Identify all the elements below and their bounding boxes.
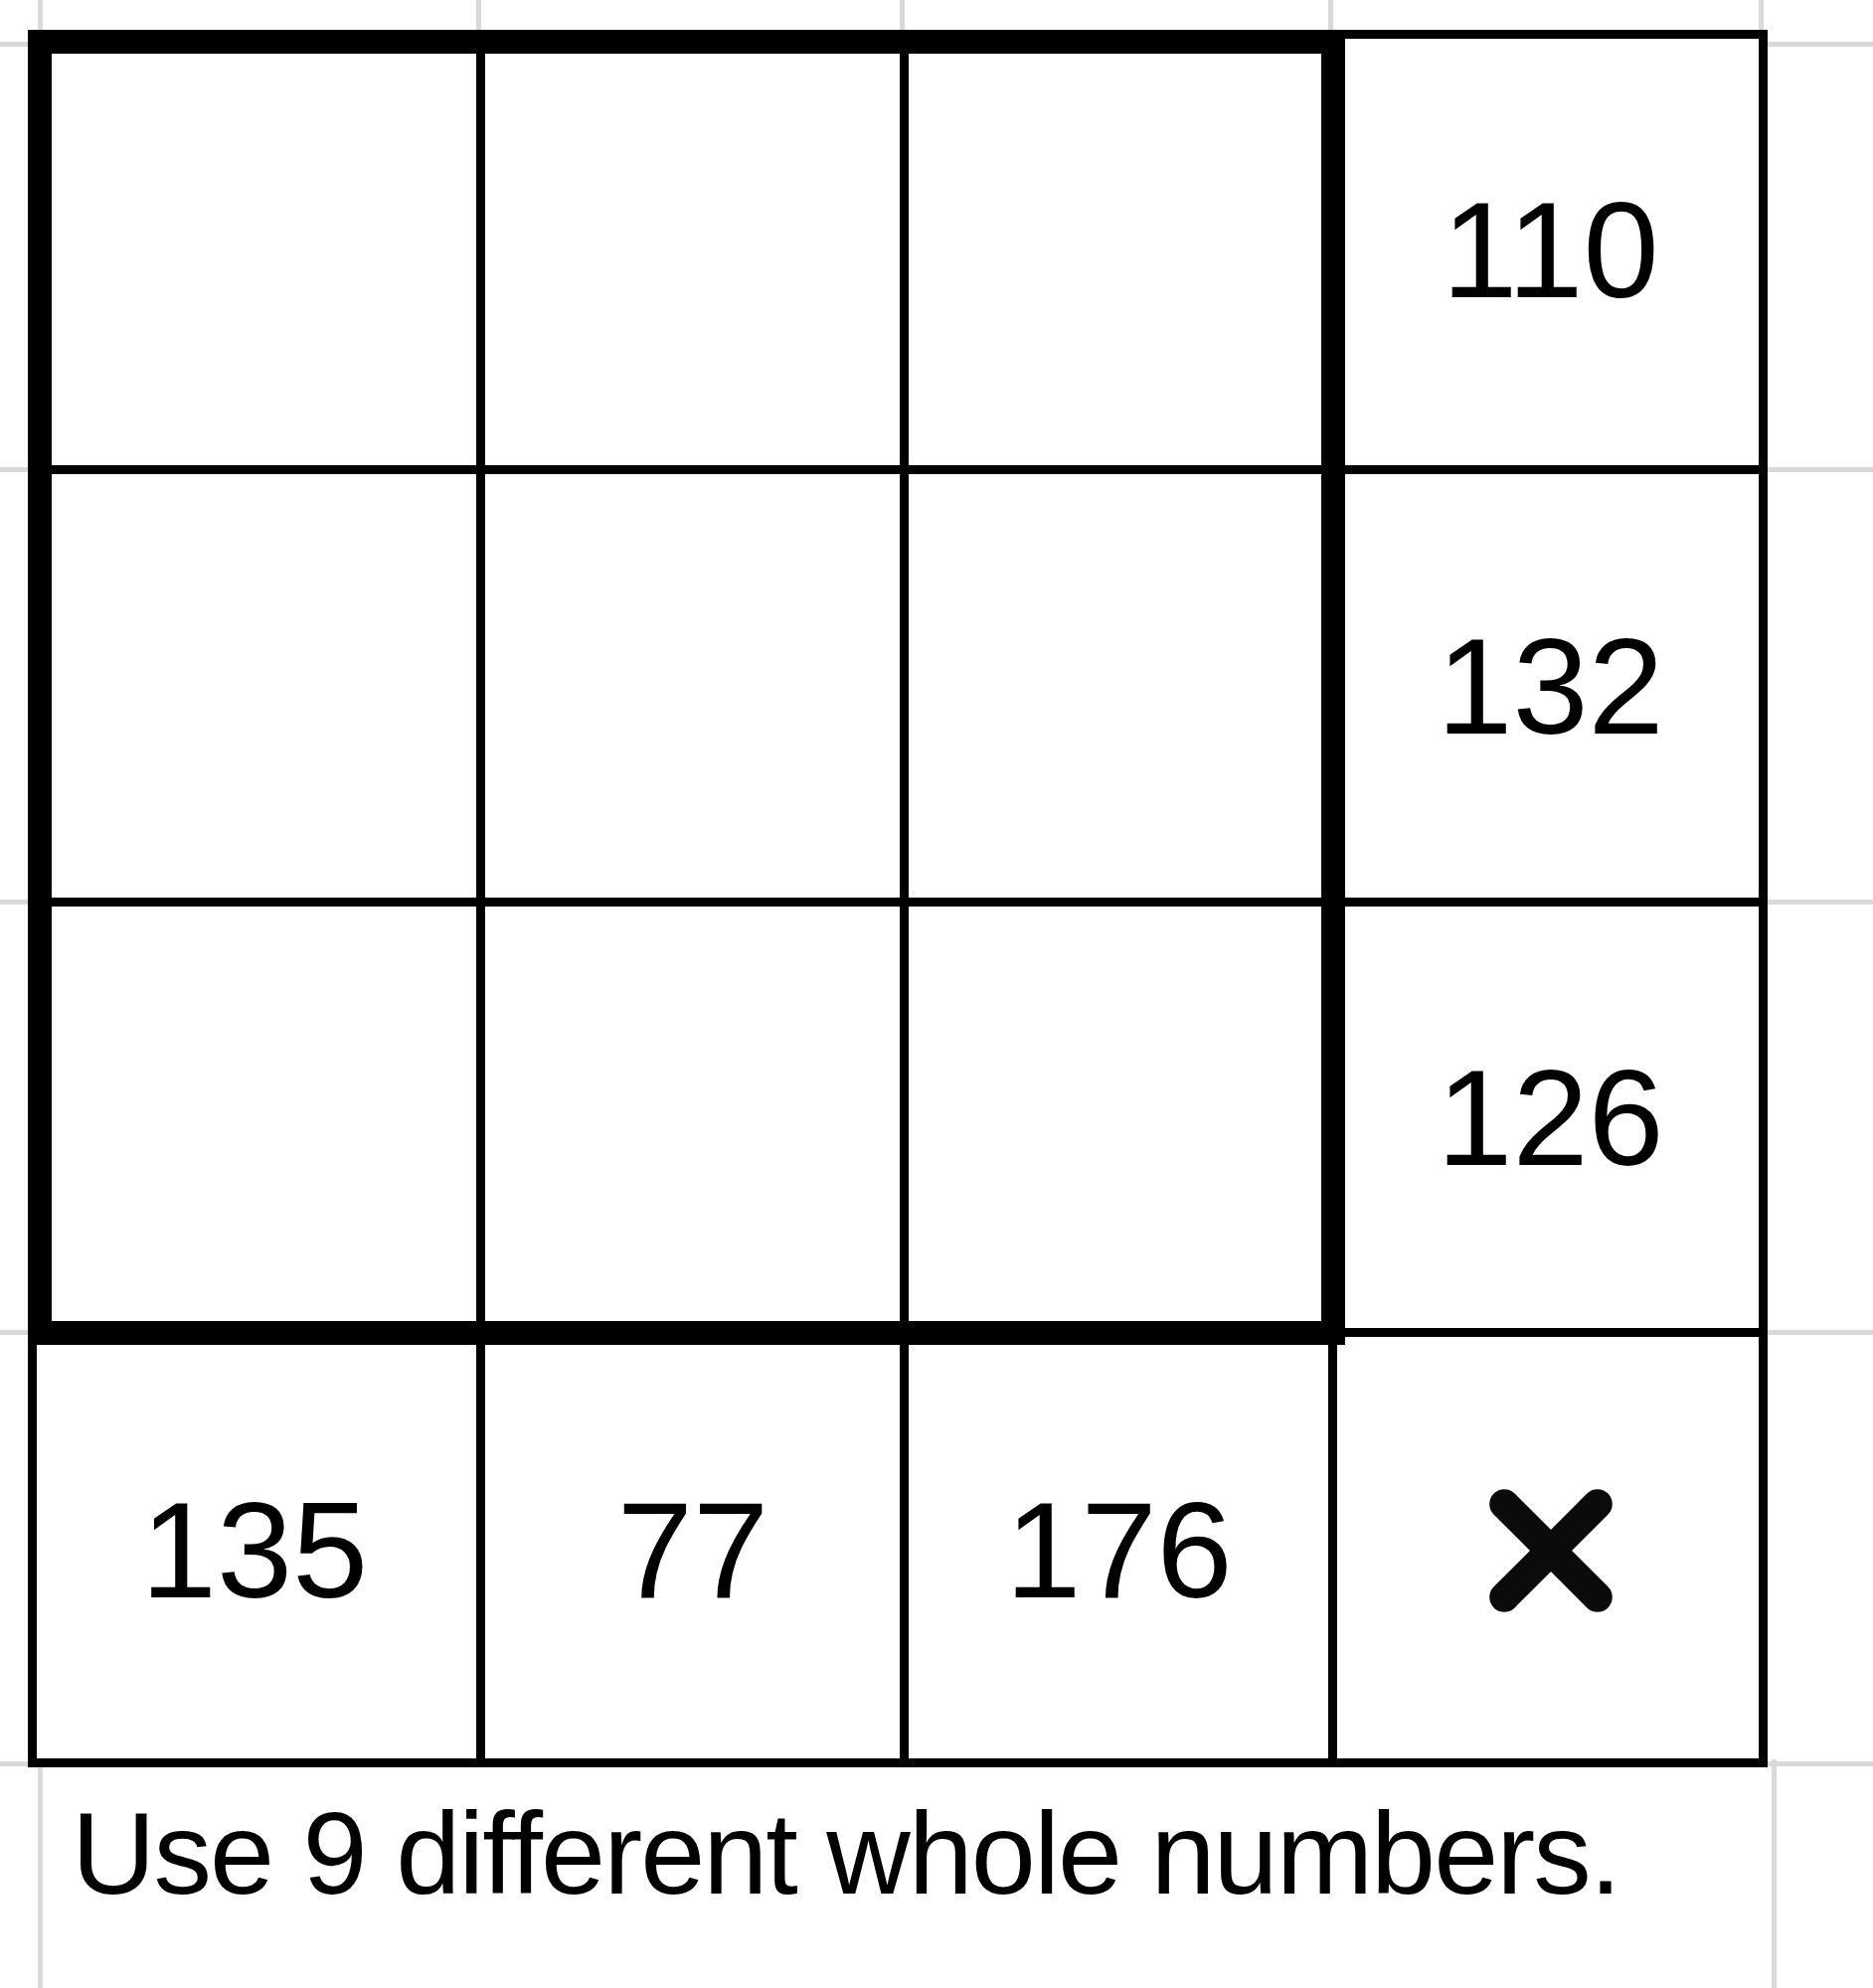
cell-r4c1-column-product: 135 [28, 1333, 481, 1767]
multiply-icon [1480, 1480, 1621, 1621]
cell-r4c3-column-product: 176 [905, 1333, 1333, 1767]
thick-border-top [28, 30, 1345, 54]
cell-r1c2[interactable] [481, 30, 905, 470]
cell-r1c1[interactable] [28, 30, 481, 470]
instruction-text: Use 9 different whole numbers. [72, 1784, 1619, 1923]
table-line-h-r3r4-col4 [1328, 1328, 1768, 1337]
table-line-v-c3c4-row4 [1328, 1333, 1337, 1767]
cell-r2c1[interactable] [28, 470, 481, 903]
thick-border-left [28, 30, 52, 1345]
cell-r4c4-operator [1333, 1333, 1768, 1767]
table-line-h-r1r2 [28, 465, 1768, 474]
table-line-h-bottom-edge [28, 1758, 1768, 1767]
puzzle-board: 110 132 126 135 77 176 [28, 30, 1768, 1767]
cell-r2c4-row-product: 132 [1333, 470, 1768, 903]
thick-border-right [1321, 30, 1345, 1345]
cell-r3c4-row-product: 126 [1333, 903, 1768, 1333]
cell-r3c1[interactable] [28, 903, 481, 1333]
sheet-gridline-v [1772, 1759, 1777, 1988]
table-line-h-top-edge-col4 [1328, 30, 1768, 39]
cell-r2c2[interactable] [481, 470, 905, 903]
cell-r3c3[interactable] [905, 903, 1333, 1333]
cell-r2c3[interactable] [905, 470, 1333, 903]
table-line-v-left-edge-row4 [28, 1333, 37, 1767]
cell-r1c3[interactable] [905, 30, 1333, 470]
thick-border-bottom [28, 1321, 1345, 1345]
cell-r1c4-row-product: 110 [1333, 30, 1768, 470]
table-line-h-r2r3 [28, 898, 1768, 907]
cell-r4c2-column-product: 77 [481, 1333, 905, 1767]
cell-r3c2[interactable] [481, 903, 905, 1333]
